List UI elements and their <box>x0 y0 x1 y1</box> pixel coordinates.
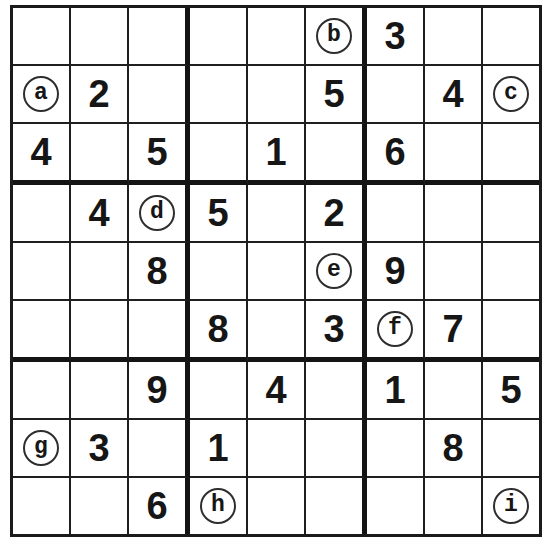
given-digit: 8 <box>442 429 463 467</box>
given-digit: 3 <box>88 429 109 467</box>
cell-r3c6[interactable] <box>306 124 367 185</box>
cell-r7c9[interactable]: 5 <box>483 362 539 420</box>
cell-r4c3[interactable]: d <box>129 185 190 243</box>
cell-r2c4[interactable] <box>190 66 248 124</box>
cell-r8c4[interactable]: 1 <box>190 420 248 478</box>
circled-letter-e: e <box>316 253 352 289</box>
given-digit: 4 <box>88 194 109 232</box>
cell-r8c2[interactable]: 3 <box>71 420 129 478</box>
cell-r8c7[interactable] <box>367 420 425 478</box>
cell-r7c1[interactable] <box>13 362 71 420</box>
cell-r5c8[interactable] <box>425 243 483 301</box>
cell-r2c5[interactable] <box>248 66 306 124</box>
board-row-9: 6hi <box>13 478 539 534</box>
given-digit: 7 <box>442 310 463 348</box>
cell-r6c8[interactable]: 7 <box>425 301 483 362</box>
circled-letter-d: d <box>139 195 175 231</box>
given-digit: 6 <box>146 487 167 525</box>
cell-r4c2[interactable]: 4 <box>71 185 129 243</box>
cell-r8c8[interactable]: 8 <box>425 420 483 478</box>
given-digit: 4 <box>30 133 51 171</box>
cell-r9c1[interactable] <box>13 478 71 534</box>
cell-r1c5[interactable] <box>248 8 306 66</box>
cell-r4c7[interactable] <box>367 185 425 243</box>
circled-letter-i: i <box>493 488 529 524</box>
cell-r2c7[interactable] <box>367 66 425 124</box>
cell-r9c6[interactable] <box>306 478 367 534</box>
given-digit: 4 <box>265 371 286 409</box>
board-row-5: 8e9 <box>13 243 539 301</box>
given-digit: 5 <box>500 371 521 409</box>
cell-r8c3[interactable] <box>129 420 190 478</box>
circled-letter-h: h <box>200 488 236 524</box>
cell-r9c2[interactable] <box>71 478 129 534</box>
given-digit: 1 <box>207 429 228 467</box>
given-digit: 9 <box>146 371 167 409</box>
given-digit: 8 <box>207 310 228 348</box>
cell-r7c2[interactable] <box>71 362 129 420</box>
cell-r1c8[interactable] <box>425 8 483 66</box>
board-row-8: g318 <box>13 420 539 478</box>
cell-r3c1[interactable]: 4 <box>13 124 71 185</box>
circled-letter-b: b <box>316 18 352 54</box>
given-digit: 4 <box>442 75 463 113</box>
cell-r4c4[interactable]: 5 <box>190 185 248 243</box>
cell-r1c1[interactable] <box>13 8 71 66</box>
given-digit: 2 <box>323 194 344 232</box>
cell-r1c4[interactable] <box>190 8 248 66</box>
cell-r5c4[interactable] <box>190 243 248 301</box>
given-digit: 5 <box>146 133 167 171</box>
cell-r7c7[interactable]: 1 <box>367 362 425 420</box>
cell-r2c8[interactable]: 4 <box>425 66 483 124</box>
given-digit: 1 <box>265 133 286 171</box>
circled-letter-g: g <box>23 430 59 466</box>
cell-r8c6[interactable] <box>306 420 367 478</box>
circled-letter-c: c <box>493 76 529 112</box>
cell-r9c5[interactable] <box>248 478 306 534</box>
cell-r5c3[interactable]: 8 <box>129 243 190 301</box>
cell-r9c4[interactable]: h <box>190 478 248 534</box>
cell-r1c7[interactable]: 3 <box>367 8 425 66</box>
cell-r4c1[interactable] <box>13 185 71 243</box>
given-digit: 9 <box>384 252 405 290</box>
cell-r5c5[interactable] <box>248 243 306 301</box>
cell-r4c6[interactable]: 2 <box>306 185 367 243</box>
board-row-6: 83f7 <box>13 301 539 362</box>
given-digit: 3 <box>384 17 405 55</box>
cell-r7c3[interactable]: 9 <box>129 362 190 420</box>
cell-r1c9[interactable] <box>483 8 539 66</box>
cell-r1c2[interactable] <box>71 8 129 66</box>
cell-r5c7[interactable]: 9 <box>367 243 425 301</box>
cell-r8c9[interactable] <box>483 420 539 478</box>
circled-letter-f: f <box>377 311 413 347</box>
cell-r6c4[interactable]: 8 <box>190 301 248 362</box>
cell-r5c9[interactable] <box>483 243 539 301</box>
cell-r6c5[interactable] <box>248 301 306 362</box>
cell-r2c6[interactable]: 5 <box>306 66 367 124</box>
cell-r1c6[interactable]: b <box>306 8 367 66</box>
cell-r7c4[interactable] <box>190 362 248 420</box>
cell-r3c9[interactable] <box>483 124 539 185</box>
cell-r6c1[interactable] <box>13 301 71 362</box>
sudoku-board: b3a254c45164d528e983f79415g3186hi <box>10 5 542 537</box>
cell-r2c3[interactable] <box>129 66 190 124</box>
cell-r3c7[interactable]: 6 <box>367 124 425 185</box>
cell-r8c1[interactable]: g <box>13 420 71 478</box>
given-digit: 1 <box>384 371 405 409</box>
page: b3a254c45164d528e983f79415g3186hi <box>0 0 550 552</box>
given-digit: 5 <box>207 194 228 232</box>
cell-r7c5[interactable]: 4 <box>248 362 306 420</box>
cell-r6c6[interactable]: 3 <box>306 301 367 362</box>
board-row-3: 4516 <box>13 124 539 185</box>
circled-letter-a: a <box>23 76 59 112</box>
board-row-4: 4d52 <box>13 185 539 243</box>
board-row-7: 9415 <box>13 362 539 420</box>
board-row-1: b3 <box>13 8 539 66</box>
given-digit: 8 <box>146 252 167 290</box>
given-digit: 2 <box>88 75 109 113</box>
cell-r6c2[interactable] <box>71 301 129 362</box>
cell-r9c3[interactable]: 6 <box>129 478 190 534</box>
cell-r3c2[interactable] <box>71 124 129 185</box>
cell-r6c3[interactable] <box>129 301 190 362</box>
cell-r5c6[interactable]: e <box>306 243 367 301</box>
cell-r9c7[interactable] <box>367 478 425 534</box>
given-digit: 6 <box>384 133 405 171</box>
given-digit: 5 <box>323 75 344 113</box>
cell-r3c8[interactable] <box>425 124 483 185</box>
cell-r4c5[interactable] <box>248 185 306 243</box>
cell-r4c8[interactable] <box>425 185 483 243</box>
board-row-2: a254c <box>13 66 539 124</box>
cell-r9c9[interactable]: i <box>483 478 539 534</box>
cell-r5c1[interactable] <box>13 243 71 301</box>
cell-r2c9[interactable]: c <box>483 66 539 124</box>
cell-r6c7[interactable]: f <box>367 301 425 362</box>
cell-r3c5[interactable]: 1 <box>248 124 306 185</box>
cell-r1c3[interactable] <box>129 8 190 66</box>
cell-r2c2[interactable]: 2 <box>71 66 129 124</box>
cell-r4c9[interactable] <box>483 185 539 243</box>
cell-r7c6[interactable] <box>306 362 367 420</box>
cell-r5c2[interactable] <box>71 243 129 301</box>
cell-r3c4[interactable] <box>190 124 248 185</box>
cell-r2c1[interactable]: a <box>13 66 71 124</box>
cell-r3c3[interactable]: 5 <box>129 124 190 185</box>
cell-r7c8[interactable] <box>425 362 483 420</box>
cell-r8c5[interactable] <box>248 420 306 478</box>
cell-r6c9[interactable] <box>483 301 539 362</box>
cell-r9c8[interactable] <box>425 478 483 534</box>
given-digit: 3 <box>323 310 344 348</box>
